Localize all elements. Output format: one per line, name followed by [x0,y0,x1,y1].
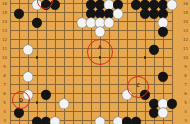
grid-hline [10,30,173,31]
row-label-right: 3 [181,118,190,123]
row-label-right: 5 [181,100,190,105]
grid-hline [10,111,173,112]
row-label-right: 10 [181,55,190,60]
row-label-left: 5 [0,100,9,105]
annotation-letter-c: C [134,83,142,88]
row-label-left: 13 [0,28,9,33]
row-label-left: 4 [0,109,9,114]
grid-vline [118,0,119,124]
grid-vline [127,0,128,124]
grid-vline [145,0,146,124]
grid-hline [10,3,173,4]
grid-hline [10,102,173,103]
go-board-screenshot: 1615141312111098765431615141312111098765… [0,0,190,124]
grid-hline [10,21,173,22]
grid-vline [136,0,137,124]
grid-vline [109,0,110,124]
row-label-right: 7 [181,82,190,87]
grid-vline [163,0,164,124]
row-label-left: 10 [0,55,9,60]
star-point [144,56,147,59]
row-label-left: 6 [0,91,9,96]
star-point [36,56,39,59]
grid-vline [64,0,65,124]
grid-vline [82,0,83,124]
row-label-left: 8 [0,73,9,78]
grid-vline [46,0,47,124]
grid-vline [172,0,173,124]
row-label-right: 6 [181,91,190,96]
grid-vline [10,0,11,124]
row-label-right: 12 [181,37,190,42]
grid-hline [10,66,173,67]
row-label-left: 16 [0,1,9,6]
row-label-left: 9 [0,64,9,69]
row-label-right: 13 [181,28,190,33]
annotation-circle-cut [37,0,53,9]
grid-vline [73,0,74,124]
grid-hline [10,93,173,94]
row-label-right: 9 [181,64,190,69]
row-label-left: 12 [0,37,9,42]
grid-vline [37,0,38,124]
row-label-left: 11 [0,46,9,51]
row-label-right: 16 [181,1,190,6]
grid-vline [55,0,56,124]
row-label-left: 7 [0,82,9,87]
go-board[interactable]: 1615141312111098765431615141312111098765… [0,0,190,124]
grid-vline [154,0,155,124]
grid-hline [10,75,173,76]
row-label-left: 15 [0,10,9,15]
star-point [36,101,39,104]
grid-hline [10,120,173,121]
row-label-right: 8 [181,73,190,78]
annotation-letter-a: A [96,45,104,50]
row-label-right: 14 [181,19,190,24]
grid-hline [10,12,173,13]
annotation-circle-a [87,39,113,65]
row-label-right: 4 [181,109,190,114]
row-label-right: 11 [181,46,190,51]
annotation-letter-d: D [17,98,25,103]
row-label-left: 3 [0,118,9,123]
row-label-left: 14 [0,19,9,24]
grid-hline [10,39,173,40]
row-label-right: 15 [181,10,190,15]
